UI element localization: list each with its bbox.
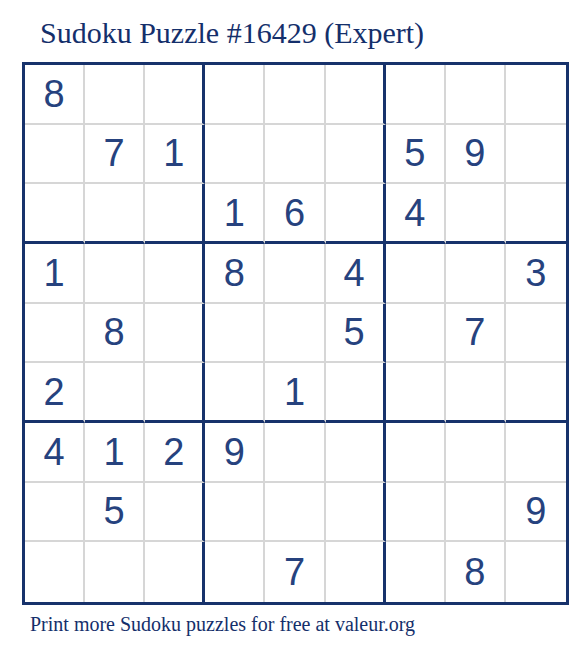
cell-r4c3 — [145, 244, 205, 304]
cell-r3c3 — [145, 184, 205, 244]
cell-r4c9: 3 — [506, 244, 566, 304]
cell-r5c3 — [145, 304, 205, 364]
cell-r5c4 — [205, 304, 265, 364]
cell-r1c4 — [205, 65, 265, 125]
cell-r9c3 — [145, 542, 205, 602]
cell-r7c5 — [265, 423, 325, 483]
cell-r2c6 — [326, 125, 386, 185]
cell-r2c9 — [506, 125, 566, 185]
cell-r4c5 — [265, 244, 325, 304]
sudoku-board: 8715916418438572141295978 — [22, 62, 569, 605]
cell-r3c9 — [506, 184, 566, 244]
cell-r5c8: 7 — [446, 304, 506, 364]
cell-r8c3 — [145, 483, 205, 543]
cell-r6c9 — [506, 363, 566, 423]
cell-r4c2 — [85, 244, 145, 304]
cell-r1c9 — [506, 65, 566, 125]
cell-r9c5: 7 — [265, 542, 325, 602]
cell-r4c4: 8 — [205, 244, 265, 304]
cell-r8c9: 9 — [506, 483, 566, 543]
cell-r5c9 — [506, 304, 566, 364]
cell-r2c2: 7 — [85, 125, 145, 185]
cell-r3c1 — [25, 184, 85, 244]
cell-r8c2: 5 — [85, 483, 145, 543]
cell-r4c1: 1 — [25, 244, 85, 304]
cell-r7c7 — [386, 423, 446, 483]
cell-r2c3: 1 — [145, 125, 205, 185]
cell-r8c5 — [265, 483, 325, 543]
cell-r8c7 — [386, 483, 446, 543]
cell-r6c1: 2 — [25, 363, 85, 423]
cell-r9c8: 8 — [446, 542, 506, 602]
cell-r1c5 — [265, 65, 325, 125]
cell-r5c6: 5 — [326, 304, 386, 364]
cell-r6c3 — [145, 363, 205, 423]
cell-r6c4 — [205, 363, 265, 423]
cell-r9c6 — [326, 542, 386, 602]
cell-r3c7: 4 — [386, 184, 446, 244]
cell-r7c3: 2 — [145, 423, 205, 483]
cell-r2c5 — [265, 125, 325, 185]
cell-r9c4 — [205, 542, 265, 602]
cell-r1c1: 8 — [25, 65, 85, 125]
cell-r3c8 — [446, 184, 506, 244]
cell-r4c8 — [446, 244, 506, 304]
cell-r4c6: 4 — [326, 244, 386, 304]
cell-r5c2: 8 — [85, 304, 145, 364]
cell-r3c6 — [326, 184, 386, 244]
cell-r6c2 — [85, 363, 145, 423]
cell-r2c7: 5 — [386, 125, 446, 185]
cell-r1c8 — [446, 65, 506, 125]
cell-r7c9 — [506, 423, 566, 483]
cell-r6c5: 1 — [265, 363, 325, 423]
cell-r7c6 — [326, 423, 386, 483]
cell-r1c6 — [326, 65, 386, 125]
cell-r7c2: 1 — [85, 423, 145, 483]
cell-r3c5: 6 — [265, 184, 325, 244]
cell-r7c1: 4 — [25, 423, 85, 483]
cell-r5c1 — [25, 304, 85, 364]
cell-r3c2 — [85, 184, 145, 244]
footer-text: Print more Sudoku puzzles for free at va… — [30, 613, 415, 636]
cell-r9c9 — [506, 542, 566, 602]
cell-r8c4 — [205, 483, 265, 543]
cell-r2c8: 9 — [446, 125, 506, 185]
cell-r1c7 — [386, 65, 446, 125]
cell-r6c6 — [326, 363, 386, 423]
cell-r5c5 — [265, 304, 325, 364]
cell-r8c1 — [25, 483, 85, 543]
cell-r6c8 — [446, 363, 506, 423]
page-title: Sudoku Puzzle #16429 (Expert) — [40, 16, 424, 50]
cell-r5c7 — [386, 304, 446, 364]
cell-r7c4: 9 — [205, 423, 265, 483]
cell-r9c7 — [386, 542, 446, 602]
cell-r9c1 — [25, 542, 85, 602]
cell-r9c2 — [85, 542, 145, 602]
cell-r2c1 — [25, 125, 85, 185]
cell-r3c4: 1 — [205, 184, 265, 244]
cell-r1c3 — [145, 65, 205, 125]
cell-r4c7 — [386, 244, 446, 304]
cell-r8c6 — [326, 483, 386, 543]
cell-r8c8 — [446, 483, 506, 543]
cell-r7c8 — [446, 423, 506, 483]
cell-r6c7 — [386, 363, 446, 423]
cell-r1c2 — [85, 65, 145, 125]
cell-r2c4 — [205, 125, 265, 185]
